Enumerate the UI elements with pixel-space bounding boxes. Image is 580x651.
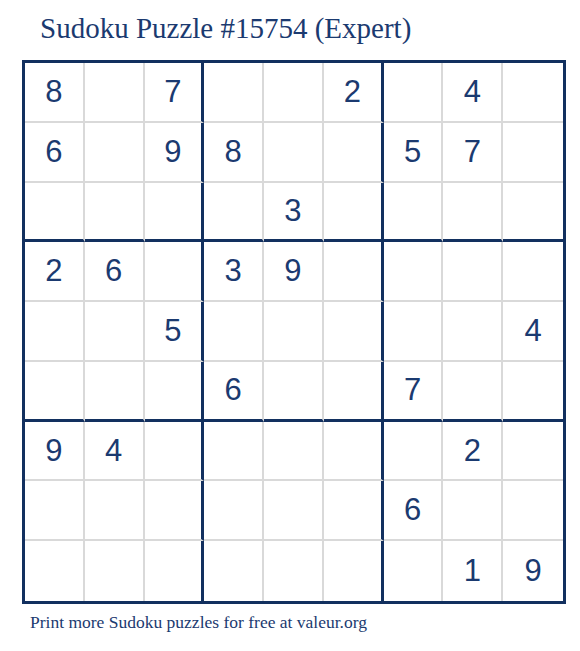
cell-r5c2[interactable]: [85, 302, 145, 362]
cell-r4c4[interactable]: 3: [204, 242, 264, 302]
cell-r1c1[interactable]: 8: [25, 63, 85, 123]
page-title: Sudoku Puzzle #15754 (Expert): [40, 12, 411, 45]
sudoku-grid: 872469857326395467942619: [22, 60, 566, 604]
cell-r6c1[interactable]: [25, 362, 85, 422]
cell-r8c7[interactable]: 6: [384, 481, 444, 541]
cell-r5c5[interactable]: [264, 302, 324, 362]
cell-r2c8[interactable]: 7: [443, 123, 503, 183]
cell-r3c4[interactable]: [204, 183, 264, 243]
cell-r9c9[interactable]: 9: [503, 541, 563, 601]
cell-r9c3[interactable]: [145, 541, 205, 601]
footer-note: Print more Sudoku puzzles for free at va…: [30, 612, 367, 633]
cell-r8c8[interactable]: [443, 481, 503, 541]
cell-r7c4[interactable]: [204, 422, 264, 482]
cell-r7c9[interactable]: [503, 422, 563, 482]
cell-r3c9[interactable]: [503, 183, 563, 243]
cell-r3c8[interactable]: [443, 183, 503, 243]
cell-r9c7[interactable]: [384, 541, 444, 601]
cell-r2c4[interactable]: 8: [204, 123, 264, 183]
cell-r4c5[interactable]: 9: [264, 242, 324, 302]
cell-r4c3[interactable]: [145, 242, 205, 302]
cell-r1c3[interactable]: 7: [145, 63, 205, 123]
cell-r7c3[interactable]: [145, 422, 205, 482]
cell-r6c7[interactable]: 7: [384, 362, 444, 422]
cell-r4c2[interactable]: 6: [85, 242, 145, 302]
cell-r8c5[interactable]: [264, 481, 324, 541]
cell-r5c1[interactable]: [25, 302, 85, 362]
cell-r9c4[interactable]: [204, 541, 264, 601]
cell-r6c5[interactable]: [264, 362, 324, 422]
cell-r1c7[interactable]: [384, 63, 444, 123]
cell-r2c2[interactable]: [85, 123, 145, 183]
cell-r1c2[interactable]: [85, 63, 145, 123]
cell-r7c2[interactable]: 4: [85, 422, 145, 482]
cell-r8c4[interactable]: [204, 481, 264, 541]
cell-r3c1[interactable]: [25, 183, 85, 243]
cell-r4c6[interactable]: [324, 242, 384, 302]
cell-r9c8[interactable]: 1: [443, 541, 503, 601]
cell-r7c6[interactable]: [324, 422, 384, 482]
cell-r3c6[interactable]: [324, 183, 384, 243]
cell-r6c8[interactable]: [443, 362, 503, 422]
cell-r5c3[interactable]: 5: [145, 302, 205, 362]
cell-r4c1[interactable]: 2: [25, 242, 85, 302]
cell-r8c2[interactable]: [85, 481, 145, 541]
cell-r6c9[interactable]: [503, 362, 563, 422]
cell-r2c9[interactable]: [503, 123, 563, 183]
cell-r9c2[interactable]: [85, 541, 145, 601]
cell-r9c5[interactable]: [264, 541, 324, 601]
cell-r9c1[interactable]: [25, 541, 85, 601]
cell-r1c4[interactable]: [204, 63, 264, 123]
cell-r2c5[interactable]: [264, 123, 324, 183]
cell-r1c6[interactable]: 2: [324, 63, 384, 123]
cell-r1c5[interactable]: [264, 63, 324, 123]
cell-r3c7[interactable]: [384, 183, 444, 243]
cell-r6c4[interactable]: 6: [204, 362, 264, 422]
cell-r6c2[interactable]: [85, 362, 145, 422]
cell-r2c7[interactable]: 5: [384, 123, 444, 183]
cell-r3c3[interactable]: [145, 183, 205, 243]
cell-r4c8[interactable]: [443, 242, 503, 302]
cell-r8c1[interactable]: [25, 481, 85, 541]
cell-r2c3[interactable]: 9: [145, 123, 205, 183]
cell-r9c6[interactable]: [324, 541, 384, 601]
cell-r4c7[interactable]: [384, 242, 444, 302]
cell-r6c3[interactable]: [145, 362, 205, 422]
cell-r3c2[interactable]: [85, 183, 145, 243]
cell-r7c1[interactable]: 9: [25, 422, 85, 482]
cell-r5c7[interactable]: [384, 302, 444, 362]
cell-r1c9[interactable]: [503, 63, 563, 123]
cell-r5c8[interactable]: [443, 302, 503, 362]
cell-r8c6[interactable]: [324, 481, 384, 541]
cell-r4c9[interactable]: [503, 242, 563, 302]
cell-r8c9[interactable]: [503, 481, 563, 541]
cell-r2c1[interactable]: 6: [25, 123, 85, 183]
cell-r3c5[interactable]: 3: [264, 183, 324, 243]
cell-r7c8[interactable]: 2: [443, 422, 503, 482]
cell-r5c4[interactable]: [204, 302, 264, 362]
cell-r6c6[interactable]: [324, 362, 384, 422]
cell-r7c7[interactable]: [384, 422, 444, 482]
cell-r1c8[interactable]: 4: [443, 63, 503, 123]
cell-r2c6[interactable]: [324, 123, 384, 183]
cell-r8c3[interactable]: [145, 481, 205, 541]
cell-r7c5[interactable]: [264, 422, 324, 482]
cell-r5c6[interactable]: [324, 302, 384, 362]
cell-r5c9[interactable]: 4: [503, 302, 563, 362]
